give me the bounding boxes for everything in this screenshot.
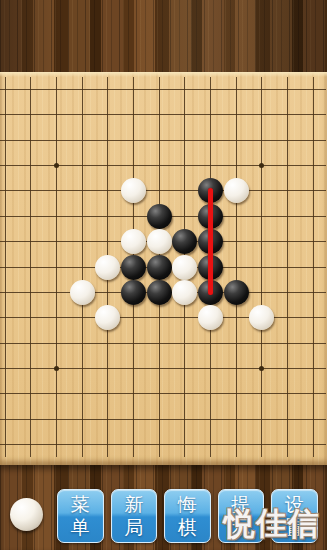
board-cell[interactable]: [69, 153, 95, 178]
new-game-button-label: 新局: [124, 493, 144, 539]
board-cell[interactable]: [146, 77, 172, 102]
star-point: [259, 163, 264, 168]
star-point: [259, 366, 264, 371]
board-cell[interactable]: [300, 254, 326, 279]
board-cell[interactable]: [95, 127, 121, 152]
board-cell[interactable]: [223, 127, 249, 152]
board-cell[interactable]: [69, 178, 95, 203]
board-cell[interactable]: [121, 77, 147, 102]
board-cell[interactable]: [249, 153, 275, 178]
board-cell[interactable]: [95, 432, 121, 457]
board-cell[interactable]: [18, 229, 44, 254]
board-cell[interactable]: [146, 178, 172, 203]
board-cell[interactable]: [300, 331, 326, 356]
white-stone: [224, 178, 249, 203]
board-cell[interactable]: [172, 331, 198, 356]
board-cell[interactable]: [121, 407, 147, 432]
board-cell[interactable]: [249, 127, 275, 152]
board-cell[interactable]: [0, 178, 18, 203]
board-cell[interactable]: [18, 254, 44, 279]
board-cell[interactable]: [44, 331, 70, 356]
board-cell[interactable]: [275, 178, 301, 203]
board-cell[interactable]: [146, 102, 172, 127]
board-cell[interactable]: [249, 77, 275, 102]
board-cell[interactable]: [172, 356, 198, 381]
board-cell[interactable]: [95, 331, 121, 356]
board-cell[interactable]: [249, 280, 275, 305]
board-cell[interactable]: [44, 432, 70, 457]
white-stone: [95, 305, 120, 330]
board-cell[interactable]: [172, 432, 198, 457]
board-cell[interactable]: [44, 127, 70, 152]
board-cell[interactable]: [300, 178, 326, 203]
board-cell[interactable]: [121, 432, 147, 457]
board-cell[interactable]: [146, 204, 172, 229]
top-wood-panel: [0, 0, 327, 72]
board-cell[interactable]: [0, 381, 18, 406]
watermark: 悦佳信: [224, 503, 320, 545]
board-cell[interactable]: [44, 204, 70, 229]
board-cell[interactable]: [69, 331, 95, 356]
board-cell[interactable]: [198, 356, 224, 381]
board-cell[interactable]: [0, 153, 18, 178]
black-stone: [147, 204, 172, 229]
white-stone: [121, 229, 146, 254]
board-cell[interactable]: [44, 102, 70, 127]
board-cell[interactable]: [249, 254, 275, 279]
board-cell[interactable]: [95, 280, 121, 305]
white-stone: [70, 280, 95, 305]
board-cell[interactable]: [223, 153, 249, 178]
board-cell[interactable]: [275, 432, 301, 457]
board-cell[interactable]: [275, 153, 301, 178]
board-cell[interactable]: [18, 407, 44, 432]
board-cell[interactable]: [275, 229, 301, 254]
board-cell[interactable]: [223, 331, 249, 356]
board-cell[interactable]: [121, 305, 147, 330]
board-cell[interactable]: [198, 432, 224, 457]
board-cell[interactable]: [172, 153, 198, 178]
board-cell[interactable]: [146, 280, 172, 305]
board-cell[interactable]: [223, 407, 249, 432]
board-cell[interactable]: [300, 305, 326, 330]
board-cell[interactable]: [44, 407, 70, 432]
app-screen: 菜单 新局 悔棋 提示 设置 悦佳信: [0, 0, 327, 550]
board-cell[interactable]: [44, 254, 70, 279]
board-cell[interactable]: [275, 356, 301, 381]
board-cell[interactable]: [18, 77, 44, 102]
turn-indicator-white-stone: [10, 498, 43, 531]
white-stone: [147, 229, 172, 254]
board-cell[interactable]: [44, 178, 70, 203]
board-cell[interactable]: [95, 153, 121, 178]
board-cell[interactable]: [44, 153, 70, 178]
board-cell[interactable]: [198, 102, 224, 127]
board-cell[interactable]: [223, 254, 249, 279]
board-cell[interactable]: [44, 77, 70, 102]
board-cell[interactable]: [146, 407, 172, 432]
bottom-bar: 菜单 新局 悔棋 提示 设置 悦佳信: [0, 465, 327, 550]
win-line: [208, 188, 213, 295]
board-cell[interactable]: [198, 331, 224, 356]
undo-button[interactable]: 悔棋: [164, 489, 211, 543]
board-cell[interactable]: [0, 254, 18, 279]
board-cell[interactable]: [69, 356, 95, 381]
board-cell[interactable]: [172, 102, 198, 127]
board-cell[interactable]: [249, 432, 275, 457]
board-cell[interactable]: [275, 407, 301, 432]
board-cell[interactable]: [300, 280, 326, 305]
board-cell[interactable]: [95, 229, 121, 254]
board-cell[interactable]: [249, 102, 275, 127]
board-cell[interactable]: [0, 407, 18, 432]
board-cell[interactable]: [172, 305, 198, 330]
board-cell[interactable]: [18, 153, 44, 178]
board-cell[interactable]: [146, 254, 172, 279]
board-cell[interactable]: [146, 356, 172, 381]
board-cell[interactable]: [95, 381, 121, 406]
board-cell[interactable]: [0, 432, 18, 457]
board-cell[interactable]: [172, 77, 198, 102]
board-cell[interactable]: [198, 407, 224, 432]
board-cell[interactable]: [121, 356, 147, 381]
board-cell[interactable]: [95, 356, 121, 381]
board-cell[interactable]: [300, 356, 326, 381]
board-cell[interactable]: [18, 432, 44, 457]
board-cell[interactable]: [249, 381, 275, 406]
board-cell[interactable]: [44, 356, 70, 381]
board-cell[interactable]: [0, 356, 18, 381]
board-cell[interactable]: [44, 280, 70, 305]
board-cell[interactable]: [18, 178, 44, 203]
board-cell[interactable]: [0, 127, 18, 152]
board-cell[interactable]: [223, 381, 249, 406]
board-cell[interactable]: [69, 305, 95, 330]
board-cell[interactable]: [249, 204, 275, 229]
board-cell[interactable]: [198, 77, 224, 102]
board-cell[interactable]: [18, 305, 44, 330]
board-cell[interactable]: [146, 381, 172, 406]
board-cell[interactable]: [146, 432, 172, 457]
white-stone: [198, 305, 223, 330]
board-cell[interactable]: [146, 331, 172, 356]
black-stone: [121, 255, 146, 280]
board-cell[interactable]: [44, 229, 70, 254]
board-cell[interactable]: [121, 127, 147, 152]
star-point: [54, 163, 59, 168]
board-cell[interactable]: [69, 77, 95, 102]
board-cell[interactable]: [300, 153, 326, 178]
new-game-button[interactable]: 新局: [111, 489, 158, 543]
black-stone: [121, 280, 146, 305]
board-cell[interactable]: [44, 305, 70, 330]
board-cell[interactable]: [172, 229, 198, 254]
board-cell[interactable]: [0, 204, 18, 229]
board-cell[interactable]: [95, 102, 121, 127]
board-cell[interactable]: [223, 432, 249, 457]
board-cell[interactable]: [198, 305, 224, 330]
board-cell[interactable]: [0, 331, 18, 356]
board-cell[interactable]: [172, 127, 198, 152]
white-stone: [172, 280, 197, 305]
board-cell[interactable]: [172, 280, 198, 305]
board-cell[interactable]: [18, 102, 44, 127]
board-cell[interactable]: [249, 305, 275, 330]
board-cell[interactable]: [275, 381, 301, 406]
board-cell[interactable]: [300, 204, 326, 229]
board-cell[interactable]: [223, 204, 249, 229]
board: [0, 72, 327, 465]
board-cell[interactable]: [18, 280, 44, 305]
board-cell[interactable]: [0, 77, 18, 102]
board-cell[interactable]: [275, 254, 301, 279]
board-cell[interactable]: [172, 204, 198, 229]
board-cell[interactable]: [121, 102, 147, 127]
black-stone: [172, 229, 197, 254]
board-cell[interactable]: [18, 204, 44, 229]
board-cell[interactable]: [223, 178, 249, 203]
board-cell[interactable]: [121, 254, 147, 279]
board-cell[interactable]: [0, 229, 18, 254]
board-cell[interactable]: [18, 127, 44, 152]
board-cell[interactable]: [69, 432, 95, 457]
board-cell[interactable]: [121, 381, 147, 406]
board-cell[interactable]: [121, 229, 147, 254]
board-cell[interactable]: [223, 229, 249, 254]
board-cell[interactable]: [223, 77, 249, 102]
board-cell[interactable]: [275, 102, 301, 127]
menu-button-label: 菜单: [70, 493, 90, 539]
board-cell[interactable]: [300, 102, 326, 127]
board-cell[interactable]: [249, 356, 275, 381]
board-cell[interactable]: [0, 305, 18, 330]
star-point: [54, 366, 59, 371]
board-cell[interactable]: [95, 305, 121, 330]
board-cell[interactable]: [0, 102, 18, 127]
menu-button[interactable]: 菜单: [57, 489, 104, 543]
board-cell[interactable]: [223, 356, 249, 381]
board-cell[interactable]: [95, 407, 121, 432]
board-cell[interactable]: [275, 127, 301, 152]
board-cell[interactable]: [198, 381, 224, 406]
board-cell[interactable]: [18, 356, 44, 381]
board-cell[interactable]: [69, 254, 95, 279]
board-cell[interactable]: [69, 229, 95, 254]
board-cell[interactable]: [223, 280, 249, 305]
board-cell[interactable]: [172, 254, 198, 279]
board-cell[interactable]: [95, 254, 121, 279]
white-stone: [249, 305, 274, 330]
board-cell[interactable]: [0, 280, 18, 305]
board-cell[interactable]: [69, 381, 95, 406]
board-cell[interactable]: [18, 381, 44, 406]
black-stone: [224, 280, 249, 305]
board-cell[interactable]: [249, 407, 275, 432]
board-cell[interactable]: [146, 153, 172, 178]
board-cell[interactable]: [300, 432, 326, 457]
board-cell[interactable]: [121, 204, 147, 229]
board-cell[interactable]: [223, 305, 249, 330]
board-cell[interactable]: [300, 407, 326, 432]
board-cell[interactable]: [95, 204, 121, 229]
board-cell[interactable]: [300, 229, 326, 254]
board-cell[interactable]: [95, 178, 121, 203]
black-stone: [147, 280, 172, 305]
board-cell[interactable]: [275, 331, 301, 356]
board-cell[interactable]: [69, 204, 95, 229]
board-cell[interactable]: [198, 127, 224, 152]
white-stone: [121, 178, 146, 203]
board-cell[interactable]: [95, 77, 121, 102]
board-cell[interactable]: [172, 381, 198, 406]
board-cell[interactable]: [249, 178, 275, 203]
white-stone: [172, 255, 197, 280]
board-cell[interactable]: [121, 153, 147, 178]
board-cell[interactable]: [300, 77, 326, 102]
board-cell[interactable]: [69, 280, 95, 305]
board-cell[interactable]: [172, 407, 198, 432]
board-grid: [0, 77, 326, 458]
board-cell[interactable]: [275, 77, 301, 102]
board-cell[interactable]: [121, 280, 147, 305]
board-cell[interactable]: [249, 331, 275, 356]
board-cell[interactable]: [69, 407, 95, 432]
board-cell[interactable]: [172, 178, 198, 203]
board-cell[interactable]: [275, 305, 301, 330]
board-cell[interactable]: [69, 102, 95, 127]
board-cell[interactable]: [18, 331, 44, 356]
board-cell[interactable]: [146, 127, 172, 152]
white-stone: [95, 255, 120, 280]
board-cell[interactable]: [275, 280, 301, 305]
board-cell[interactable]: [121, 178, 147, 203]
board-cell[interactable]: [249, 229, 275, 254]
undo-button-label: 悔棋: [177, 493, 197, 539]
board-cell[interactable]: [300, 127, 326, 152]
board-cell[interactable]: [146, 305, 172, 330]
board-cell[interactable]: [223, 102, 249, 127]
board-cell[interactable]: [69, 127, 95, 152]
board-cell[interactable]: [275, 204, 301, 229]
board-cell[interactable]: [121, 331, 147, 356]
board-cell[interactable]: [300, 381, 326, 406]
board-cell[interactable]: [198, 153, 224, 178]
board-cell[interactable]: [146, 229, 172, 254]
black-stone: [147, 255, 172, 280]
board-cell[interactable]: [44, 381, 70, 406]
